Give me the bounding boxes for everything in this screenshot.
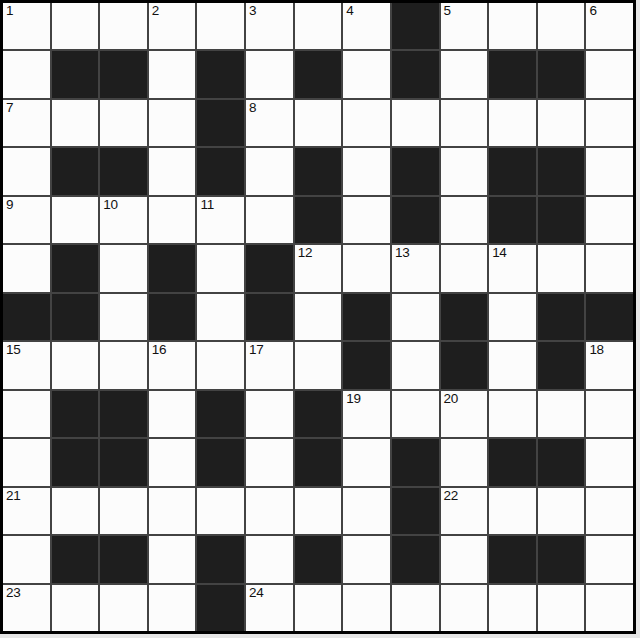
crossword-grid: 123456789101112131415161718192021222324	[0, 0, 636, 634]
cell-r1c0[interactable]	[3, 51, 50, 97]
block-cell-r3c8	[392, 148, 439, 194]
block-cell-r4c8	[392, 197, 439, 243]
cell-r8c3[interactable]	[149, 391, 196, 437]
block-cell-r11c1	[52, 536, 99, 582]
cell-r5c10[interactable]: 14	[489, 245, 536, 291]
cell-r2c10[interactable]	[489, 100, 536, 146]
cell-r10c1[interactable]	[52, 488, 99, 534]
cell-r8c0[interactable]	[3, 391, 50, 437]
cell-r1c12[interactable]	[586, 51, 633, 97]
cell-r9c5[interactable]	[246, 439, 293, 485]
clue-number-3: 3	[249, 3, 256, 19]
cell-r2c6[interactable]	[295, 100, 342, 146]
block-cell-r9c1	[52, 439, 99, 485]
cell-r9c0[interactable]	[3, 439, 50, 485]
cell-r7c2[interactable]	[100, 342, 147, 388]
block-cell-r1c11	[538, 51, 585, 97]
cell-r8c5[interactable]	[246, 391, 293, 437]
cell-r5c7[interactable]	[343, 245, 390, 291]
cell-r10c9[interactable]: 22	[441, 488, 488, 534]
cell-r12c9[interactable]	[441, 585, 488, 631]
clue-number-24: 24	[249, 585, 263, 601]
cell-r5c9[interactable]	[441, 245, 488, 291]
block-cell-r1c1	[52, 51, 99, 97]
cell-r0c2[interactable]	[100, 3, 147, 49]
cell-r4c3[interactable]	[149, 197, 196, 243]
cell-r7c4[interactable]	[197, 342, 244, 388]
cell-r5c2[interactable]	[100, 245, 147, 291]
cell-r9c3[interactable]	[149, 439, 196, 485]
cell-r0c0[interactable]: 1	[3, 3, 50, 49]
block-cell-r7c7	[343, 342, 390, 388]
block-cell-r11c11	[538, 536, 585, 582]
block-cell-r10c8	[392, 488, 439, 534]
clue-number-9: 9	[6, 197, 13, 213]
clue-number-23: 23	[6, 585, 20, 601]
cell-r12c2[interactable]	[100, 585, 147, 631]
clue-number-13: 13	[395, 245, 409, 261]
cell-r4c9[interactable]	[441, 197, 488, 243]
cell-r12c10[interactable]	[489, 585, 536, 631]
cell-r2c2[interactable]	[100, 100, 147, 146]
cell-r12c12[interactable]	[586, 585, 633, 631]
cell-r10c12[interactable]	[586, 488, 633, 534]
cell-r0c7[interactable]: 4	[343, 3, 390, 49]
cell-r7c5[interactable]: 17	[246, 342, 293, 388]
cell-r2c3[interactable]	[149, 100, 196, 146]
block-cell-r6c1	[52, 294, 99, 340]
cell-r2c9[interactable]	[441, 100, 488, 146]
cell-r0c6[interactable]	[295, 3, 342, 49]
cell-r10c7[interactable]	[343, 488, 390, 534]
block-cell-r11c8	[392, 536, 439, 582]
clue-number-8: 8	[249, 100, 256, 116]
block-cell-r1c10	[489, 51, 536, 97]
cell-r10c5[interactable]	[246, 488, 293, 534]
block-cell-r3c2	[100, 148, 147, 194]
cell-r4c2[interactable]: 10	[100, 197, 147, 243]
cell-r10c10[interactable]	[489, 488, 536, 534]
block-cell-r9c2	[100, 439, 147, 485]
cell-r7c6[interactable]	[295, 342, 342, 388]
block-cell-r3c1	[52, 148, 99, 194]
clue-number-11: 11	[200, 197, 213, 213]
block-cell-r1c2	[100, 51, 147, 97]
cell-r10c2[interactable]	[100, 488, 147, 534]
block-cell-r8c4	[197, 391, 244, 437]
cell-r0c4[interactable]	[197, 3, 244, 49]
cell-r10c4[interactable]	[197, 488, 244, 534]
cell-r9c7[interactable]	[343, 439, 390, 485]
clue-number-17: 17	[249, 342, 263, 358]
block-cell-r1c6	[295, 51, 342, 97]
clue-number-20: 20	[444, 391, 458, 407]
cell-r2c12[interactable]	[586, 100, 633, 146]
cell-r11c9[interactable]	[441, 536, 488, 582]
block-cell-r2c4	[197, 100, 244, 146]
cell-r6c10[interactable]	[489, 294, 536, 340]
cell-r7c10[interactable]	[489, 342, 536, 388]
cell-r1c9[interactable]	[441, 51, 488, 97]
clue-number-2: 2	[152, 3, 159, 19]
block-cell-r4c6	[295, 197, 342, 243]
block-cell-r6c5	[246, 294, 293, 340]
cell-r8c11[interactable]	[538, 391, 585, 437]
cell-r10c0[interactable]: 21	[3, 488, 50, 534]
block-cell-r1c4	[197, 51, 244, 97]
cell-r4c0[interactable]: 9	[3, 197, 50, 243]
block-cell-r8c2	[100, 391, 147, 437]
cell-r8c9[interactable]: 20	[441, 391, 488, 437]
cell-r12c6[interactable]	[295, 585, 342, 631]
cell-r7c3[interactable]: 16	[149, 342, 196, 388]
cell-r3c7[interactable]	[343, 148, 390, 194]
cell-r0c11[interactable]	[538, 3, 585, 49]
cell-r12c7[interactable]	[343, 585, 390, 631]
cell-r9c9[interactable]	[441, 439, 488, 485]
clue-number-5: 5	[444, 3, 451, 19]
block-cell-r6c11	[538, 294, 585, 340]
clue-number-15: 15	[6, 342, 20, 358]
cell-r4c5[interactable]	[246, 197, 293, 243]
cell-r3c0[interactable]	[3, 148, 50, 194]
cell-r5c4[interactable]	[197, 245, 244, 291]
clue-number-22: 22	[444, 488, 458, 504]
cell-r10c6[interactable]	[295, 488, 342, 534]
cell-r12c0[interactable]: 23	[3, 585, 50, 631]
cell-r2c11[interactable]	[538, 100, 585, 146]
block-cell-r6c0	[3, 294, 50, 340]
block-cell-r11c6	[295, 536, 342, 582]
block-cell-r6c7	[343, 294, 390, 340]
clue-number-6: 6	[589, 3, 596, 19]
cell-r0c10[interactable]	[489, 3, 536, 49]
block-cell-r3c10	[489, 148, 536, 194]
cell-r11c3[interactable]	[149, 536, 196, 582]
block-cell-r8c1	[52, 391, 99, 437]
cell-r4c7[interactable]	[343, 197, 390, 243]
cell-r10c3[interactable]	[149, 488, 196, 534]
cell-r4c1[interactable]	[52, 197, 99, 243]
cell-r5c11[interactable]	[538, 245, 585, 291]
cell-r3c5[interactable]	[246, 148, 293, 194]
cell-r8c10[interactable]	[489, 391, 536, 437]
cell-r12c3[interactable]	[149, 585, 196, 631]
cell-r7c0[interactable]: 15	[3, 342, 50, 388]
cell-r12c1[interactable]	[52, 585, 99, 631]
clue-number-10: 10	[103, 197, 117, 213]
cell-r1c5[interactable]	[246, 51, 293, 97]
cell-r11c7[interactable]	[343, 536, 390, 582]
cell-r2c1[interactable]	[52, 100, 99, 146]
block-cell-r6c3	[149, 294, 196, 340]
clue-number-14: 14	[492, 245, 506, 261]
block-cell-r9c11	[538, 439, 585, 485]
block-cell-r6c12	[586, 294, 633, 340]
clue-number-7: 7	[6, 100, 13, 116]
block-cell-r11c2	[100, 536, 147, 582]
block-cell-r9c4	[197, 439, 244, 485]
clue-number-12: 12	[298, 245, 312, 261]
cell-r6c8[interactable]	[392, 294, 439, 340]
cell-r12c8[interactable]	[392, 585, 439, 631]
clue-number-4: 4	[346, 3, 353, 19]
cell-r0c1[interactable]	[52, 3, 99, 49]
cell-r2c0[interactable]: 7	[3, 100, 50, 146]
block-cell-r7c9	[441, 342, 488, 388]
block-cell-r0c8	[392, 3, 439, 49]
block-cell-r3c4	[197, 148, 244, 194]
cell-r6c2[interactable]	[100, 294, 147, 340]
cell-r5c0[interactable]	[3, 245, 50, 291]
cell-r9c12[interactable]	[586, 439, 633, 485]
block-cell-r4c10	[489, 197, 536, 243]
block-cell-r11c4	[197, 536, 244, 582]
block-cell-r1c8	[392, 51, 439, 97]
clue-number-1: 1	[6, 3, 13, 19]
cell-r0c9[interactable]: 5	[441, 3, 488, 49]
clue-number-19: 19	[346, 391, 360, 407]
clue-number-18: 18	[589, 342, 603, 358]
cell-r0c5[interactable]: 3	[246, 3, 293, 49]
cell-r3c9[interactable]	[441, 148, 488, 194]
block-cell-r9c10	[489, 439, 536, 485]
block-cell-r12c4	[197, 585, 244, 631]
cell-r5c12[interactable]	[586, 245, 633, 291]
cell-r7c8[interactable]	[392, 342, 439, 388]
cell-r8c7[interactable]: 19	[343, 391, 390, 437]
cell-r11c12[interactable]	[586, 536, 633, 582]
cell-r11c0[interactable]	[3, 536, 50, 582]
clue-number-21: 21	[6, 488, 20, 504]
block-cell-r11c10	[489, 536, 536, 582]
cell-r8c12[interactable]	[586, 391, 633, 437]
block-cell-r3c6	[295, 148, 342, 194]
block-cell-r9c6	[295, 439, 342, 485]
cell-r7c12[interactable]: 18	[586, 342, 633, 388]
block-cell-r4c11	[538, 197, 585, 243]
cell-r0c12[interactable]: 6	[586, 3, 633, 49]
cell-r8c8[interactable]	[392, 391, 439, 437]
cell-r2c8[interactable]	[392, 100, 439, 146]
cell-r1c7[interactable]	[343, 51, 390, 97]
block-cell-r3c11	[538, 148, 585, 194]
cell-r4c4[interactable]: 11	[197, 197, 244, 243]
block-cell-r5c3	[149, 245, 196, 291]
cell-r12c5[interactable]: 24	[246, 585, 293, 631]
cell-r0c3[interactable]: 2	[149, 3, 196, 49]
cell-r4c12[interactable]	[586, 197, 633, 243]
block-cell-r5c1	[52, 245, 99, 291]
cell-r12c11[interactable]	[538, 585, 585, 631]
cell-r5c8[interactable]: 13	[392, 245, 439, 291]
cell-r5c6[interactable]: 12	[295, 245, 342, 291]
cell-r3c12[interactable]	[586, 148, 633, 194]
block-cell-r8c6	[295, 391, 342, 437]
block-cell-r6c9	[441, 294, 488, 340]
cell-r6c6[interactable]	[295, 294, 342, 340]
cell-r2c5[interactable]: 8	[246, 100, 293, 146]
cell-r10c11[interactable]	[538, 488, 585, 534]
block-cell-r7c11	[538, 342, 585, 388]
cell-r11c5[interactable]	[246, 536, 293, 582]
cell-r1c3[interactable]	[149, 51, 196, 97]
clue-number-16: 16	[152, 342, 166, 358]
block-cell-r5c5	[246, 245, 293, 291]
cell-r6c4[interactable]	[197, 294, 244, 340]
cell-r3c3[interactable]	[149, 148, 196, 194]
block-cell-r9c8	[392, 439, 439, 485]
cell-r2c7[interactable]	[343, 100, 390, 146]
cell-r7c1[interactable]	[52, 342, 99, 388]
